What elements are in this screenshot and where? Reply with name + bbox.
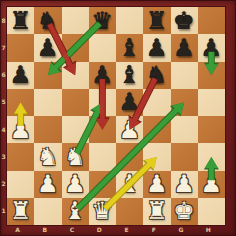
rank-label-8: 8 bbox=[0, 17, 7, 24]
piece-white-pawn-h2[interactable]: ♟ bbox=[198, 171, 225, 198]
square-d3[interactable] bbox=[89, 143, 116, 170]
piece-white-pawn-a4[interactable]: ♟ bbox=[7, 116, 34, 143]
square-e3[interactable] bbox=[116, 143, 143, 170]
piece-black-knight-f6[interactable]: ♞ bbox=[143, 62, 170, 89]
square-a4[interactable]: ♟ bbox=[7, 116, 34, 143]
piece-black-pawn-f7[interactable]: ♟ bbox=[143, 34, 170, 61]
piece-white-king-g1[interactable]: ♚ bbox=[171, 198, 198, 225]
square-b7[interactable]: ♟ bbox=[34, 34, 61, 61]
piece-white-rook-a1[interactable]: ♜ bbox=[7, 198, 34, 225]
square-f7[interactable]: ♟ bbox=[143, 34, 170, 61]
square-g7[interactable]: ♟ bbox=[171, 34, 198, 61]
square-b4[interactable] bbox=[34, 116, 61, 143]
square-c2[interactable]: ♟ bbox=[62, 171, 89, 198]
square-g1[interactable]: ♚ bbox=[171, 198, 198, 225]
square-f1[interactable]: ♜ bbox=[143, 198, 170, 225]
file-label-e: E bbox=[113, 226, 140, 236]
square-h2[interactable]: ♟ bbox=[198, 171, 225, 198]
file-label-c: C bbox=[59, 226, 86, 236]
square-b1[interactable] bbox=[34, 198, 61, 225]
piece-black-king-g8[interactable]: ♚ bbox=[171, 7, 198, 34]
square-d1[interactable]: ♛ bbox=[89, 198, 116, 225]
square-c4[interactable] bbox=[62, 116, 89, 143]
rank-label-5: 5 bbox=[0, 98, 7, 105]
rank-label-6: 6 bbox=[0, 71, 7, 78]
file-label-a: A bbox=[4, 226, 31, 236]
square-h4[interactable] bbox=[198, 116, 225, 143]
rank-label-4: 4 bbox=[0, 126, 7, 133]
square-e4[interactable]: ♟ bbox=[116, 116, 143, 143]
square-b8[interactable]: ♞ bbox=[34, 7, 61, 34]
rank-label-1: 1 bbox=[0, 207, 7, 214]
square-h3[interactable] bbox=[198, 143, 225, 170]
square-c5[interactable] bbox=[62, 89, 89, 116]
piece-white-bishop-c1[interactable]: ♝ bbox=[62, 198, 89, 225]
chess-board[interactable]: ♜♞♛♜♚♟♝♟♟♟♟♟♝♞♟♟♟♞♞♟♟♝♟♟♟♜♝♛♜♚ bbox=[7, 7, 225, 225]
piece-black-rook-a8[interactable]: ♜ bbox=[7, 7, 34, 34]
piece-black-pawn-a6[interactable]: ♟ bbox=[7, 62, 34, 89]
square-a8[interactable]: ♜ bbox=[7, 7, 34, 34]
file-label-g: G bbox=[168, 226, 195, 236]
piece-black-rook-f8[interactable]: ♜ bbox=[143, 7, 170, 34]
piece-white-pawn-b2[interactable]: ♟ bbox=[34, 171, 61, 198]
square-a5[interactable] bbox=[7, 89, 34, 116]
square-d7[interactable] bbox=[89, 34, 116, 61]
square-e2[interactable]: ♝ bbox=[116, 171, 143, 198]
piece-white-bishop-e2[interactable]: ♝ bbox=[116, 171, 143, 198]
piece-white-pawn-e4[interactable]: ♟ bbox=[116, 116, 143, 143]
square-d6[interactable]: ♟ bbox=[89, 62, 116, 89]
square-h5[interactable] bbox=[198, 89, 225, 116]
square-h1[interactable] bbox=[198, 198, 225, 225]
square-g3[interactable] bbox=[171, 143, 198, 170]
rank-label-2: 2 bbox=[0, 180, 7, 187]
square-e8[interactable] bbox=[116, 7, 143, 34]
square-f8[interactable]: ♜ bbox=[143, 7, 170, 34]
square-c6[interactable] bbox=[62, 62, 89, 89]
file-label-h: H bbox=[195, 226, 222, 236]
piece-white-pawn-f2[interactable]: ♟ bbox=[143, 171, 170, 198]
square-d4[interactable] bbox=[89, 116, 116, 143]
square-d5[interactable] bbox=[89, 89, 116, 116]
square-a3[interactable] bbox=[7, 143, 34, 170]
piece-black-bishop-e6[interactable]: ♝ bbox=[116, 62, 143, 89]
piece-black-queen-d8[interactable]: ♛ bbox=[89, 7, 116, 34]
file-label-b: B bbox=[31, 226, 58, 236]
square-h8[interactable] bbox=[198, 7, 225, 34]
file-label-f: F bbox=[140, 226, 167, 236]
square-a6[interactable]: ♟ bbox=[7, 62, 34, 89]
square-b6[interactable] bbox=[34, 62, 61, 89]
piece-white-knight-b3[interactable]: ♞ bbox=[34, 143, 61, 170]
square-b5[interactable] bbox=[34, 89, 61, 116]
piece-white-pawn-c2[interactable]: ♟ bbox=[62, 171, 89, 198]
piece-black-pawn-h7[interactable]: ♟ bbox=[198, 34, 225, 61]
square-c8[interactable] bbox=[62, 7, 89, 34]
square-e5[interactable]: ♟ bbox=[116, 89, 143, 116]
piece-black-pawn-g7[interactable]: ♟ bbox=[171, 34, 198, 61]
file-label-d: D bbox=[86, 226, 113, 236]
square-d2[interactable] bbox=[89, 171, 116, 198]
square-d8[interactable]: ♛ bbox=[89, 7, 116, 34]
square-a2[interactable] bbox=[7, 171, 34, 198]
rank-label-7: 7 bbox=[0, 44, 7, 51]
square-e6[interactable]: ♝ bbox=[116, 62, 143, 89]
square-f5[interactable] bbox=[143, 89, 170, 116]
square-e1[interactable] bbox=[116, 198, 143, 225]
square-a1[interactable]: ♜ bbox=[7, 198, 34, 225]
square-h6[interactable] bbox=[198, 62, 225, 89]
piece-white-rook-f1[interactable]: ♜ bbox=[143, 198, 170, 225]
square-f6[interactable]: ♞ bbox=[143, 62, 170, 89]
piece-white-knight-c3[interactable]: ♞ bbox=[62, 143, 89, 170]
square-g6[interactable] bbox=[171, 62, 198, 89]
piece-white-pawn-g2[interactable]: ♟ bbox=[171, 171, 198, 198]
square-h7[interactable]: ♟ bbox=[198, 34, 225, 61]
piece-white-queen-d1[interactable]: ♛ bbox=[89, 198, 116, 225]
piece-black-pawn-d6[interactable]: ♟ bbox=[89, 62, 116, 89]
piece-black-pawn-b7[interactable]: ♟ bbox=[34, 34, 61, 61]
square-f3[interactable] bbox=[143, 143, 170, 170]
square-c3[interactable]: ♞ bbox=[62, 143, 89, 170]
square-b2[interactable]: ♟ bbox=[34, 171, 61, 198]
square-c7[interactable] bbox=[62, 34, 89, 61]
piece-black-bishop-e7[interactable]: ♝ bbox=[116, 34, 143, 61]
square-c1[interactable]: ♝ bbox=[62, 198, 89, 225]
square-g5[interactable] bbox=[171, 89, 198, 116]
square-g4[interactable] bbox=[171, 116, 198, 143]
square-a7[interactable] bbox=[7, 34, 34, 61]
square-g2[interactable]: ♟ bbox=[171, 171, 198, 198]
piece-black-pawn-e5[interactable]: ♟ bbox=[116, 89, 143, 116]
chess-board-screenshot: ♜♞♛♜♚♟♝♟♟♟♟♟♝♞♟♟♟♞♞♟♟♝♟♟♟♜♝♛♜♚ 87654321A… bbox=[0, 0, 236, 236]
rank-label-3: 3 bbox=[0, 153, 7, 160]
square-f2[interactable]: ♟ bbox=[143, 171, 170, 198]
square-b3[interactable]: ♞ bbox=[34, 143, 61, 170]
square-e7[interactable]: ♝ bbox=[116, 34, 143, 61]
square-f4[interactable] bbox=[143, 116, 170, 143]
piece-black-knight-b8[interactable]: ♞ bbox=[34, 7, 61, 34]
square-g8[interactable]: ♚ bbox=[171, 7, 198, 34]
